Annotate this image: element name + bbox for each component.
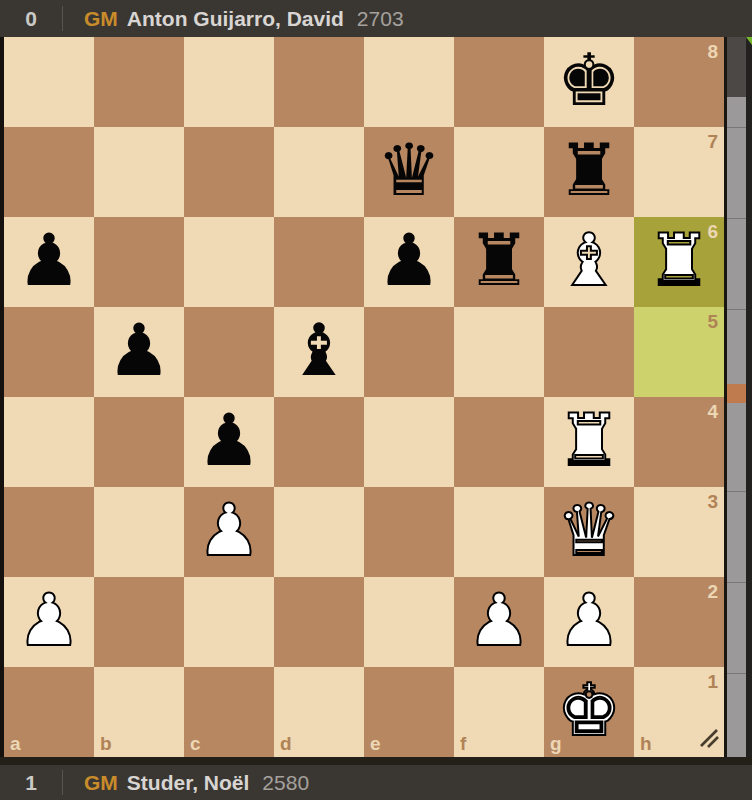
player-name: Anton Guijarro, David (127, 7, 344, 31)
square-f2[interactable]: ♟ (454, 577, 544, 667)
square-e1[interactable]: e (364, 667, 454, 757)
square-d3[interactable] (274, 487, 364, 577)
square-h4[interactable]: 4 (634, 397, 724, 487)
rank-label-2: 2 (707, 582, 718, 601)
square-g5[interactable] (544, 307, 634, 397)
square-h2[interactable]: 2 (634, 577, 724, 667)
file-label-c: c (190, 734, 201, 753)
square-c3[interactable]: ♟ (184, 487, 274, 577)
white-king[interactable]: ♚ (557, 674, 622, 746)
square-b2[interactable] (94, 577, 184, 667)
white-pawn[interactable]: ♟ (467, 584, 532, 656)
file-label-f: f (460, 734, 466, 753)
black-rook[interactable]: ♜ (467, 224, 532, 296)
eval-gauge-tick (727, 673, 746, 674)
square-e7[interactable]: ♛ (364, 127, 454, 217)
eval-gauge-tick (727, 309, 746, 310)
square-e3[interactable] (364, 487, 454, 577)
top-player-bar: 0 GM Anton Guijarro, David 2703 (0, 0, 752, 37)
square-a2[interactable]: ♟ (4, 577, 94, 667)
square-b8[interactable] (94, 37, 184, 127)
bottom-player-bar: 1 GM Studer, Noël 2580 (0, 765, 752, 800)
square-c1[interactable]: c (184, 667, 274, 757)
player-rating: 2580 (262, 771, 309, 795)
chess-board: ♚8♛♜7♟♟♜♝♜6♟♝5♟♜4♟♛3♟♟♟2abcdef♚g1h (4, 37, 724, 757)
file-label-h: h (640, 734, 652, 753)
board-bottom-gap (0, 757, 752, 765)
square-a1[interactable]: a (4, 667, 94, 757)
eval-gauge (727, 37, 746, 757)
square-e6[interactable]: ♟ (364, 217, 454, 307)
file-label-g: g (550, 734, 562, 753)
bar-divider (62, 770, 63, 795)
square-d6[interactable] (274, 217, 364, 307)
square-f7[interactable] (454, 127, 544, 217)
board-area: ♚8♛♜7♟♟♜♝♜6♟♝5♟♜4♟♛3♟♟♟2abcdef♚g1h (0, 37, 752, 757)
square-c4[interactable]: ♟ (184, 397, 274, 487)
rank-label-5: 5 (707, 312, 718, 331)
player-title: GM (84, 7, 118, 31)
square-f8[interactable] (454, 37, 544, 127)
corner-indicator-icon (746, 37, 752, 45)
square-a5[interactable] (4, 307, 94, 397)
square-g7[interactable]: ♜ (544, 127, 634, 217)
square-h3[interactable]: 3 (634, 487, 724, 577)
eval-gauge-tick (727, 582, 746, 583)
square-b4[interactable] (94, 397, 184, 487)
square-h8[interactable]: 8 (634, 37, 724, 127)
player-name: Studer, Noël (127, 771, 250, 795)
file-label-a: a (10, 734, 21, 753)
square-e2[interactable] (364, 577, 454, 667)
white-bishop[interactable]: ♝ (557, 224, 622, 296)
square-d4[interactable] (274, 397, 364, 487)
square-e5[interactable] (364, 307, 454, 397)
player-score: 1 (0, 771, 62, 795)
rank-label-4: 4 (707, 402, 718, 421)
rank-label-7: 7 (707, 132, 718, 151)
square-f4[interactable] (454, 397, 544, 487)
bar-divider (62, 6, 63, 31)
square-f6[interactable]: ♜ (454, 217, 544, 307)
square-b7[interactable] (94, 127, 184, 217)
square-b5[interactable]: ♟ (94, 307, 184, 397)
square-b3[interactable] (94, 487, 184, 577)
board-resize-handle-icon[interactable] (697, 726, 721, 754)
square-h5[interactable]: 5 (634, 307, 724, 397)
file-label-e: e (370, 734, 381, 753)
white-pawn[interactable]: ♟ (17, 584, 82, 656)
square-h1[interactable]: 1h (634, 667, 724, 757)
black-pawn[interactable]: ♟ (197, 404, 262, 476)
square-d1[interactable]: d (274, 667, 364, 757)
file-label-b: b (100, 734, 112, 753)
square-c7[interactable] (184, 127, 274, 217)
file-label-d: d (280, 734, 292, 753)
square-a8[interactable] (4, 37, 94, 127)
rank-label-6: 6 (707, 222, 718, 241)
square-g4[interactable]: ♜ (544, 397, 634, 487)
black-king[interactable]: ♚ (557, 44, 622, 116)
square-h6[interactable]: ♜6 (634, 217, 724, 307)
square-d5[interactable]: ♝ (274, 307, 364, 397)
square-d2[interactable] (274, 577, 364, 667)
square-c2[interactable] (184, 577, 274, 667)
square-b1[interactable]: b (94, 667, 184, 757)
black-bishop[interactable]: ♝ (287, 314, 352, 386)
square-c5[interactable] (184, 307, 274, 397)
rank-label-1: 1 (707, 672, 718, 691)
square-d7[interactable] (274, 127, 364, 217)
square-g3[interactable]: ♛ (544, 487, 634, 577)
eval-gauge-tick (727, 218, 746, 219)
rank-label-3: 3 (707, 492, 718, 511)
black-pawn[interactable]: ♟ (377, 224, 442, 296)
square-g8[interactable]: ♚ (544, 37, 634, 127)
white-rook[interactable]: ♜ (557, 404, 622, 476)
eval-gauge-zero-tick (727, 384, 746, 403)
square-a7[interactable] (4, 127, 94, 217)
square-f5[interactable] (454, 307, 544, 397)
player-rating: 2703 (357, 7, 404, 31)
square-g1[interactable]: ♚g (544, 667, 634, 757)
square-h7[interactable]: 7 (634, 127, 724, 217)
square-f3[interactable] (454, 487, 544, 577)
square-g2[interactable]: ♟ (544, 577, 634, 667)
square-d8[interactable] (274, 37, 364, 127)
square-a4[interactable] (4, 397, 94, 487)
square-c8[interactable] (184, 37, 274, 127)
square-e4[interactable] (364, 397, 454, 487)
square-a6[interactable]: ♟ (4, 217, 94, 307)
player-score: 0 (0, 7, 62, 31)
white-rook[interactable]: ♜ (647, 224, 712, 296)
player-title: GM (84, 771, 118, 795)
eval-gauge-tick (727, 127, 746, 128)
black-pawn[interactable]: ♟ (17, 224, 82, 296)
square-c6[interactable] (184, 217, 274, 307)
eval-gauge-black-share (727, 37, 746, 97)
square-b6[interactable] (94, 217, 184, 307)
black-rook[interactable]: ♜ (557, 134, 622, 206)
white-pawn[interactable]: ♟ (197, 494, 262, 566)
square-g6[interactable]: ♝ (544, 217, 634, 307)
white-pawn[interactable]: ♟ (557, 584, 622, 656)
white-queen[interactable]: ♛ (557, 494, 622, 566)
square-a3[interactable] (4, 487, 94, 577)
rank-label-8: 8 (707, 42, 718, 61)
square-f1[interactable]: f (454, 667, 544, 757)
right-margin-column (746, 37, 752, 757)
black-queen[interactable]: ♛ (377, 134, 442, 206)
square-e8[interactable] (364, 37, 454, 127)
black-pawn[interactable]: ♟ (107, 314, 172, 386)
eval-gauge-tick (727, 491, 746, 492)
